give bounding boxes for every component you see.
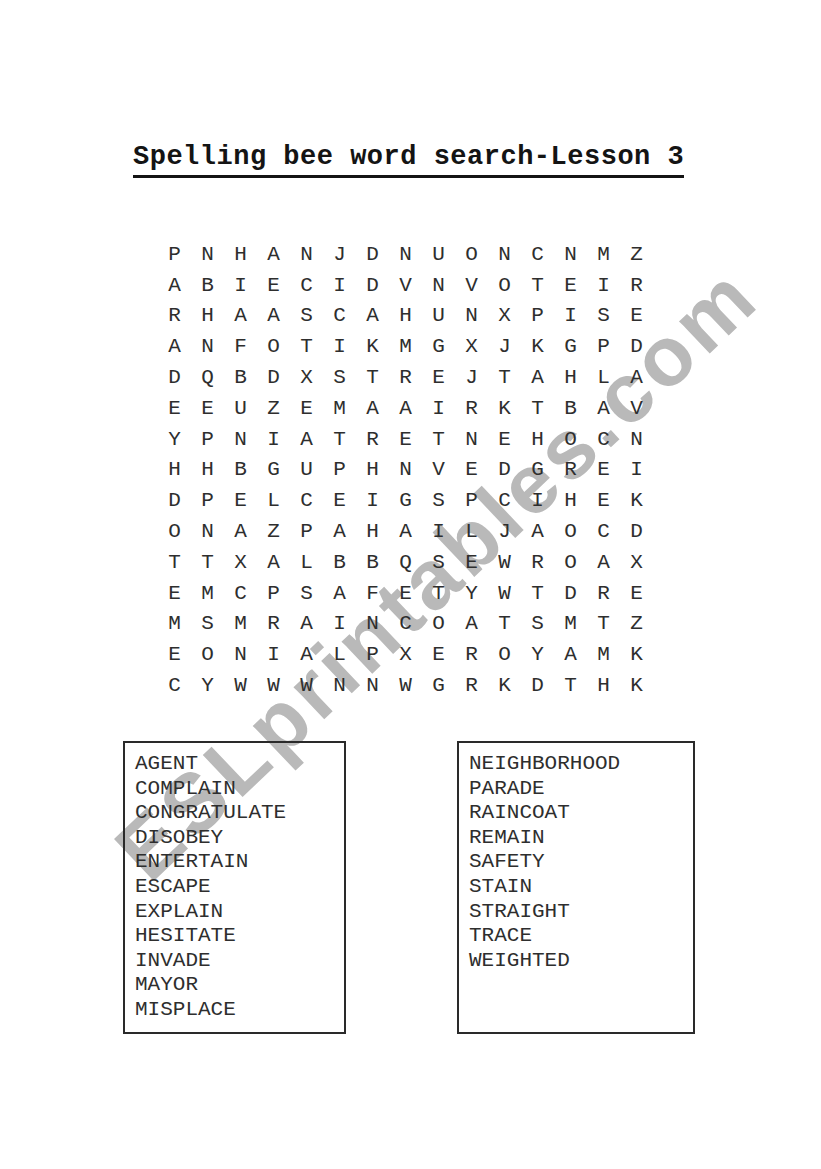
grid-cell-r2c12: T xyxy=(521,270,554,301)
grid-cell-r11c1: T xyxy=(158,547,191,578)
grid-cell-r12c13: D xyxy=(554,578,587,609)
grid-cell-r13c13: M xyxy=(554,609,587,640)
grid-cell-r14c9: E xyxy=(422,639,455,670)
grid-cell-r4c4: O xyxy=(257,331,290,362)
word-item-entertain: ENTERTAIN xyxy=(135,850,344,875)
grid-cell-r1c14: M xyxy=(587,239,620,270)
grid-cell-r14c2: O xyxy=(191,639,224,670)
grid-cell-r4c7: K xyxy=(356,331,389,362)
word-item-remain: REMAIN xyxy=(469,826,693,851)
grid-cell-r6c9: I xyxy=(422,393,455,424)
grid-cell-r8c13: R xyxy=(554,455,587,486)
grid-cell-r11c2: T xyxy=(191,547,224,578)
grid-cell-r12c14: R xyxy=(587,578,620,609)
grid-cell-r6c13: B xyxy=(554,393,587,424)
grid-cell-r6c3: U xyxy=(224,393,257,424)
grid-cell-r10c3: A xyxy=(224,516,257,547)
grid-cell-r5c7: T xyxy=(356,362,389,393)
grid-cell-r9c8: G xyxy=(389,485,422,516)
grid-cell-r1c12: C xyxy=(521,239,554,270)
grid-cell-r3c15: E xyxy=(620,301,653,332)
grid-cell-r11c4: A xyxy=(257,547,290,578)
grid-cell-r14c6: L xyxy=(323,639,356,670)
grid-cell-r6c6: M xyxy=(323,393,356,424)
grid-cell-r12c6: A xyxy=(323,578,356,609)
grid-cell-r12c3: C xyxy=(224,578,257,609)
grid-cell-r2c4: E xyxy=(257,270,290,301)
word-item-neighborhood: NEIGHBORHOOD xyxy=(469,752,693,777)
grid-cell-r6c5: E xyxy=(290,393,323,424)
grid-cell-r2c8: V xyxy=(389,270,422,301)
grid-cell-r7c2: P xyxy=(191,424,224,455)
grid-cell-r9c1: D xyxy=(158,485,191,516)
grid-cell-r5c10: J xyxy=(455,362,488,393)
grid-cell-r8c6: P xyxy=(323,455,356,486)
word-item-invade: INVADE xyxy=(135,949,344,974)
grid-cell-r2c15: R xyxy=(620,270,653,301)
word-list-right: NEIGHBORHOODPARADERAINCOATREMAINSAFETYST… xyxy=(457,741,695,1034)
grid-cell-r9c4: L xyxy=(257,485,290,516)
grid-cell-r12c11: W xyxy=(488,578,521,609)
grid-cell-r7c10: N xyxy=(455,424,488,455)
grid-cell-r7c12: H xyxy=(521,424,554,455)
word-item-mayor: MAYOR xyxy=(135,973,344,998)
grid-cell-r1c10: O xyxy=(455,239,488,270)
grid-cell-r4c13: G xyxy=(554,331,587,362)
grid-cell-r12c10: Y xyxy=(455,578,488,609)
grid-cell-r1c15: Z xyxy=(620,239,653,270)
grid-cell-r4c8: M xyxy=(389,331,422,362)
word-item-raincoat: RAINCOAT xyxy=(469,801,693,826)
grid-cell-r8c1: H xyxy=(158,455,191,486)
grid-cell-r15c10: R xyxy=(455,670,488,701)
grid-cell-r10c2: N xyxy=(191,516,224,547)
grid-cell-r12c1: E xyxy=(158,578,191,609)
grid-cell-r7c5: A xyxy=(290,424,323,455)
grid-cell-r5c11: T xyxy=(488,362,521,393)
grid-cell-r5c14: L xyxy=(587,362,620,393)
word-item-hesitate: HESITATE xyxy=(135,924,344,949)
grid-cell-r11c12: R xyxy=(521,547,554,578)
grid-cell-r2c3: I xyxy=(224,270,257,301)
grid-cell-r5c6: S xyxy=(323,362,356,393)
grid-cell-r14c12: Y xyxy=(521,639,554,670)
grid-cell-r2c6: I xyxy=(323,270,356,301)
grid-cell-r12c12: T xyxy=(521,578,554,609)
grid-cell-r5c3: B xyxy=(224,362,257,393)
grid-cell-r7c9: T xyxy=(422,424,455,455)
grid-cell-r8c4: G xyxy=(257,455,290,486)
word-item-explain: EXPLAIN xyxy=(135,900,344,925)
grid-cell-r3c9: U xyxy=(422,301,455,332)
grid-cell-r10c7: H xyxy=(356,516,389,547)
grid-cell-r1c7: D xyxy=(356,239,389,270)
grid-cell-r3c8: H xyxy=(389,301,422,332)
grid-cell-r8c8: N xyxy=(389,455,422,486)
grid-cell-r6c11: K xyxy=(488,393,521,424)
grid-cell-r13c8: C xyxy=(389,609,422,640)
grid-cell-r2c11: O xyxy=(488,270,521,301)
grid-cell-r13c15: Z xyxy=(620,609,653,640)
grid-cell-r6c2: E xyxy=(191,393,224,424)
word-search-grid: PNHANJDNUONCNMZABIECIDVNVOTEIRRHAASCAHUN… xyxy=(158,239,653,701)
grid-cell-r10c6: A xyxy=(323,516,356,547)
grid-cell-r5c2: Q xyxy=(191,362,224,393)
grid-cell-r8c3: B xyxy=(224,455,257,486)
grid-cell-r2c1: A xyxy=(158,270,191,301)
grid-cell-r15c14: H xyxy=(587,670,620,701)
grid-cell-r3c14: S xyxy=(587,301,620,332)
grid-cell-r3c7: A xyxy=(356,301,389,332)
grid-cell-r7c3: N xyxy=(224,424,257,455)
grid-cell-r12c8: E xyxy=(389,578,422,609)
grid-cell-r4c14: P xyxy=(587,331,620,362)
grid-cell-r6c1: E xyxy=(158,393,191,424)
grid-cell-r11c14: A xyxy=(587,547,620,578)
grid-cell-r13c9: O xyxy=(422,609,455,640)
grid-cell-r2c13: E xyxy=(554,270,587,301)
grid-cell-r13c14: T xyxy=(587,609,620,640)
grid-cell-r4c9: G xyxy=(422,331,455,362)
grid-cell-r13c11: T xyxy=(488,609,521,640)
grid-cell-r15c9: G xyxy=(422,670,455,701)
grid-cell-r9c7: I xyxy=(356,485,389,516)
grid-cell-r14c5: A xyxy=(290,639,323,670)
grid-cell-r7c14: C xyxy=(587,424,620,455)
grid-cell-r10c8: A xyxy=(389,516,422,547)
grid-cell-r4c15: D xyxy=(620,331,653,362)
grid-cell-r11c8: Q xyxy=(389,547,422,578)
word-item-weighted: WEIGHTED xyxy=(469,949,693,974)
grid-cell-r6c12: T xyxy=(521,393,554,424)
grid-cell-r15c4: W xyxy=(257,670,290,701)
grid-cell-r5c1: D xyxy=(158,362,191,393)
grid-cell-r8c2: H xyxy=(191,455,224,486)
grid-cell-r11c3: X xyxy=(224,547,257,578)
grid-cell-r4c12: K xyxy=(521,331,554,362)
grid-cell-r1c6: J xyxy=(323,239,356,270)
grid-cell-r12c4: P xyxy=(257,578,290,609)
grid-cell-r6c15: V xyxy=(620,393,653,424)
word-item-stain: STAIN xyxy=(469,875,693,900)
grid-cell-r7c13: O xyxy=(554,424,587,455)
grid-cell-r5c4: D xyxy=(257,362,290,393)
grid-cell-r15c2: Y xyxy=(191,670,224,701)
grid-cell-r8c12: G xyxy=(521,455,554,486)
grid-cell-r7c1: Y xyxy=(158,424,191,455)
grid-cell-r9c12: I xyxy=(521,485,554,516)
word-item-misplace: MISPLACE xyxy=(135,998,344,1023)
grid-cell-r3c12: P xyxy=(521,301,554,332)
grid-cell-r3c6: C xyxy=(323,301,356,332)
grid-cell-r1c8: N xyxy=(389,239,422,270)
grid-cell-r9c10: P xyxy=(455,485,488,516)
grid-cell-r1c2: N xyxy=(191,239,224,270)
grid-cell-r10c12: A xyxy=(521,516,554,547)
grid-cell-r3c13: I xyxy=(554,301,587,332)
grid-cell-r9c14: E xyxy=(587,485,620,516)
grid-cell-r1c4: A xyxy=(257,239,290,270)
grid-cell-r6c4: Z xyxy=(257,393,290,424)
grid-cell-r14c7: P xyxy=(356,639,389,670)
grid-cell-r15c11: K xyxy=(488,670,521,701)
grid-cell-r2c10: V xyxy=(455,270,488,301)
grid-cell-r1c5: N xyxy=(290,239,323,270)
grid-cell-r10c9: I xyxy=(422,516,455,547)
worksheet-page: ESLprintables.com Spelling bee word sear… xyxy=(0,0,821,1169)
grid-cell-r10c15: D xyxy=(620,516,653,547)
grid-cell-r11c11: W xyxy=(488,547,521,578)
grid-cell-r15c1: C xyxy=(158,670,191,701)
grid-cell-r11c15: X xyxy=(620,547,653,578)
grid-cell-r8c14: E xyxy=(587,455,620,486)
word-item-complain: COMPLAIN xyxy=(135,777,344,802)
grid-cell-r3c10: N xyxy=(455,301,488,332)
grid-cell-r15c8: W xyxy=(389,670,422,701)
grid-cell-r3c3: A xyxy=(224,301,257,332)
grid-cell-r8c7: H xyxy=(356,455,389,486)
grid-cell-r3c1: R xyxy=(158,301,191,332)
grid-cell-r6c10: R xyxy=(455,393,488,424)
grid-cell-r5c8: R xyxy=(389,362,422,393)
grid-cell-r15c7: N xyxy=(356,670,389,701)
grid-cell-r10c13: O xyxy=(554,516,587,547)
grid-cell-r4c10: X xyxy=(455,331,488,362)
grid-cell-r7c7: R xyxy=(356,424,389,455)
grid-cell-r15c13: T xyxy=(554,670,587,701)
grid-cell-r8c5: U xyxy=(290,455,323,486)
grid-cell-r6c8: A xyxy=(389,393,422,424)
grid-cell-r1c11: N xyxy=(488,239,521,270)
page-title: Spelling bee word search-Lesson 3 xyxy=(133,142,684,172)
grid-cell-r15c3: W xyxy=(224,670,257,701)
grid-cell-r14c8: X xyxy=(389,639,422,670)
grid-cell-r11c9: S xyxy=(422,547,455,578)
word-item-trace: TRACE xyxy=(469,924,693,949)
grid-cell-r11c5: L xyxy=(290,547,323,578)
grid-cell-r11c6: B xyxy=(323,547,356,578)
grid-cell-r15c5: W xyxy=(290,670,323,701)
word-item-congratulate: CONGRATULATE xyxy=(135,801,344,826)
word-item-straight: STRAIGHT xyxy=(469,900,693,925)
grid-cell-r14c13: A xyxy=(554,639,587,670)
grid-cell-r2c2: B xyxy=(191,270,224,301)
grid-cell-r4c1: A xyxy=(158,331,191,362)
grid-cell-r14c3: N xyxy=(224,639,257,670)
word-item-escape: ESCAPE xyxy=(135,875,344,900)
grid-cell-r1c3: H xyxy=(224,239,257,270)
grid-cell-r7c6: T xyxy=(323,424,356,455)
grid-cell-r4c2: N xyxy=(191,331,224,362)
grid-cell-r8c11: D xyxy=(488,455,521,486)
grid-cell-r9c13: H xyxy=(554,485,587,516)
grid-cell-r3c11: X xyxy=(488,301,521,332)
grid-cell-r13c2: S xyxy=(191,609,224,640)
grid-cell-r7c4: I xyxy=(257,424,290,455)
grid-cell-r4c5: T xyxy=(290,331,323,362)
grid-cell-r1c13: N xyxy=(554,239,587,270)
word-item-disobey: DISOBEY xyxy=(135,826,344,851)
grid-cell-r7c15: N xyxy=(620,424,653,455)
grid-cell-r13c12: S xyxy=(521,609,554,640)
grid-cell-r5c5: X xyxy=(290,362,323,393)
grid-cell-r3c2: H xyxy=(191,301,224,332)
grid-cell-r9c2: P xyxy=(191,485,224,516)
grid-cell-r3c5: S xyxy=(290,301,323,332)
grid-cell-r12c2: M xyxy=(191,578,224,609)
grid-cell-r9c6: E xyxy=(323,485,356,516)
grid-cell-r13c10: A xyxy=(455,609,488,640)
grid-cell-r13c1: M xyxy=(158,609,191,640)
grid-cell-r10c1: O xyxy=(158,516,191,547)
grid-cell-r4c3: F xyxy=(224,331,257,362)
grid-cell-r5c13: H xyxy=(554,362,587,393)
grid-cell-r10c10: L xyxy=(455,516,488,547)
grid-cell-r2c14: I xyxy=(587,270,620,301)
grid-cell-r15c12: D xyxy=(521,670,554,701)
grid-cell-r12c7: F xyxy=(356,578,389,609)
grid-cell-r7c11: E xyxy=(488,424,521,455)
grid-cell-r13c7: N xyxy=(356,609,389,640)
grid-cell-r4c6: I xyxy=(323,331,356,362)
grid-cell-r11c10: E xyxy=(455,547,488,578)
word-item-parade: PARADE xyxy=(469,777,693,802)
grid-cell-r1c9: U xyxy=(422,239,455,270)
grid-cell-r3c4: A xyxy=(257,301,290,332)
grid-cell-r5c12: A xyxy=(521,362,554,393)
grid-cell-r2c7: D xyxy=(356,270,389,301)
grid-cell-r14c14: M xyxy=(587,639,620,670)
grid-cell-r8c15: I xyxy=(620,455,653,486)
grid-cell-r9c11: C xyxy=(488,485,521,516)
grid-cell-r14c15: K xyxy=(620,639,653,670)
word-item-agent: AGENT xyxy=(135,752,344,777)
grid-cell-r2c9: N xyxy=(422,270,455,301)
grid-cell-r13c4: R xyxy=(257,609,290,640)
grid-cell-r13c3: M xyxy=(224,609,257,640)
grid-cell-r13c5: A xyxy=(290,609,323,640)
word-list-left: AGENTCOMPLAINCONGRATULATEDISOBEYENTERTAI… xyxy=(123,741,346,1034)
grid-cell-r15c15: K xyxy=(620,670,653,701)
grid-cell-r9c3: E xyxy=(224,485,257,516)
grid-cell-r14c11: O xyxy=(488,639,521,670)
grid-cell-r8c10: E xyxy=(455,455,488,486)
grid-cell-r9c9: S xyxy=(422,485,455,516)
grid-cell-r5c9: E xyxy=(422,362,455,393)
grid-cell-r7c8: E xyxy=(389,424,422,455)
grid-cell-r9c5: C xyxy=(290,485,323,516)
grid-cell-r10c5: P xyxy=(290,516,323,547)
grid-cell-r10c4: Z xyxy=(257,516,290,547)
grid-cell-r14c10: R xyxy=(455,639,488,670)
grid-cell-r9c15: K xyxy=(620,485,653,516)
grid-cell-r11c7: B xyxy=(356,547,389,578)
grid-cell-r13c6: I xyxy=(323,609,356,640)
grid-cell-r10c11: J xyxy=(488,516,521,547)
grid-cell-r6c14: A xyxy=(587,393,620,424)
grid-cell-r14c4: I xyxy=(257,639,290,670)
word-item-safety: SAFETY xyxy=(469,850,693,875)
grid-cell-r8c9: V xyxy=(422,455,455,486)
grid-cell-r5c15: A xyxy=(620,362,653,393)
grid-cell-r15c6: N xyxy=(323,670,356,701)
grid-cell-r12c9: T xyxy=(422,578,455,609)
grid-cell-r12c15: E xyxy=(620,578,653,609)
grid-cell-r10c14: C xyxy=(587,516,620,547)
grid-cell-r4c11: J xyxy=(488,331,521,362)
grid-cell-r14c1: E xyxy=(158,639,191,670)
grid-cell-r1c1: P xyxy=(158,239,191,270)
grid-cell-r6c7: A xyxy=(356,393,389,424)
grid-cell-r12c5: S xyxy=(290,578,323,609)
grid-cell-r2c5: C xyxy=(290,270,323,301)
grid-cell-r11c13: O xyxy=(554,547,587,578)
